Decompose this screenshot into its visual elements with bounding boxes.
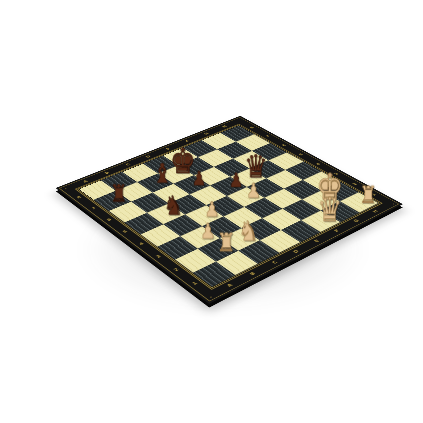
rank-label-left-2: 2 [173, 267, 181, 272]
rank-label-left-5: 5 [122, 229, 129, 233]
rank-label-left-8: 8 [76, 195, 83, 199]
piece-white-queen: ♛ [317, 193, 342, 227]
rank-label-right-5: 5 [298, 153, 305, 156]
piece-white-rook: ♜ [217, 230, 236, 256]
rank-label-left-1: 1 [191, 281, 199, 286]
corner-ornament-0: • [63, 187, 68, 190]
file-label-bottom-c: C [271, 260, 279, 265]
piece-black-rook: ♜ [110, 182, 128, 206]
corner-ornament-2: • [207, 295, 213, 299]
piece-white-rook: ♜ [359, 183, 377, 207]
file-label-bottom-b: B [249, 271, 257, 276]
corner-ornament-3: • [390, 202, 396, 205]
rank-label-right-8: 8 [249, 126, 255, 129]
corner-ornament-1: • [237, 119, 242, 121]
piece-white-pawn: ♟ [200, 221, 216, 242]
file-label-bottom-g: G [352, 219, 360, 223]
rank-label-left-6: 6 [106, 218, 113, 222]
piece-white-pawn: ♟ [246, 182, 261, 202]
file-label-bottom-h: H [371, 209, 379, 213]
rank-label-left-3: 3 [155, 254, 162, 259]
file-label-bottom-a: A [226, 283, 234, 288]
piece-black-pawn: ♟ [192, 169, 207, 189]
file-label-bottom-f: F [333, 229, 340, 233]
file-label-bottom-d: D [292, 249, 300, 254]
rank-label-left-7: 7 [91, 206, 98, 210]
piece-white-pawn: ♟ [204, 200, 219, 221]
scene: ♜♝♚♟♞♟♛♟♟♟♜♞♚♛♜ AABBCCDDEEFFGGHH11223344… [0, 0, 423, 423]
piece-black-knight: ♞ [163, 192, 183, 218]
piece-black-pawn: ♟ [229, 171, 244, 191]
rank-label-right-6: 6 [281, 144, 287, 147]
piece-white-knight: ♞ [238, 217, 258, 244]
file-label-bottom-e: E [313, 239, 321, 243]
piece-black-queen: ♛ [244, 151, 267, 182]
rank-label-right-7: 7 [265, 135, 271, 138]
piece-black-bishop: ♝ [152, 160, 172, 187]
rank-label-left-4: 4 [138, 242, 145, 246]
rank-label-right-2: 2 [351, 182, 358, 186]
